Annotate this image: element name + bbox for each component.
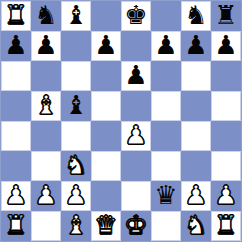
white-pawn[interactable]: ♟ [4,182,27,208]
black-pawn[interactable]: ♟ [154,32,177,58]
square-g3[interactable] [181,151,211,181]
square-a7[interactable]: ♟ [1,31,31,61]
square-d6[interactable] [91,61,121,91]
square-a8[interactable]: ♜ [1,1,31,31]
square-e4[interactable]: ♟ [121,121,151,151]
square-c2[interactable]: ♟ [61,181,91,211]
square-a1[interactable]: ♜ [1,211,31,241]
square-g2[interactable]: ♟ [181,181,211,211]
square-c8[interactable]: ♝ [61,1,91,31]
white-pawn[interactable]: ♟ [124,122,147,148]
black-queen[interactable]: ♛ [154,182,177,208]
square-d8[interactable] [91,1,121,31]
square-d4[interactable] [91,121,121,151]
square-d7[interactable]: ♟ [91,31,121,61]
square-e1[interactable]: ♚ [121,211,151,241]
chess-board: ♜♞♝♚♞♜♟♟♟♟♟♟♟♝♝♟♞♟♟♟♛♟♟♜♝♛♚♞♜ [0,0,242,242]
square-c3[interactable]: ♞ [61,151,91,181]
square-f3[interactable] [151,151,181,181]
square-b5[interactable]: ♝ [31,91,61,121]
square-b8[interactable]: ♞ [31,1,61,31]
black-pawn[interactable]: ♟ [124,62,147,88]
square-g8[interactable]: ♞ [181,1,211,31]
white-rook[interactable]: ♜ [4,212,27,238]
square-h2[interactable]: ♟ [211,181,241,211]
square-b7[interactable]: ♟ [31,31,61,61]
square-h6[interactable] [211,61,241,91]
square-d5[interactable] [91,91,121,121]
white-knight[interactable]: ♞ [184,212,207,238]
square-f1[interactable] [151,211,181,241]
square-d3[interactable] [91,151,121,181]
square-h4[interactable] [211,121,241,151]
black-rook[interactable]: ♜ [214,2,237,28]
square-f2[interactable]: ♛ [151,181,181,211]
white-bishop[interactable]: ♝ [64,212,87,238]
square-f6[interactable] [151,61,181,91]
square-g1[interactable]: ♞ [181,211,211,241]
square-f5[interactable] [151,91,181,121]
square-g6[interactable] [181,61,211,91]
square-b3[interactable] [31,151,61,181]
square-e3[interactable] [121,151,151,181]
square-b1[interactable] [31,211,61,241]
white-queen[interactable]: ♛ [94,212,117,238]
square-d2[interactable] [91,181,121,211]
white-knight[interactable]: ♞ [64,152,87,178]
square-a5[interactable] [1,91,31,121]
square-b6[interactable] [31,61,61,91]
white-pawn[interactable]: ♟ [34,182,57,208]
black-king[interactable]: ♚ [124,2,147,28]
square-e7[interactable] [121,31,151,61]
square-h1[interactable]: ♜ [211,211,241,241]
square-h3[interactable] [211,151,241,181]
square-e8[interactable]: ♚ [121,1,151,31]
white-rook[interactable]: ♜ [4,2,27,28]
square-f8[interactable] [151,1,181,31]
black-pawn[interactable]: ♟ [94,32,117,58]
square-f4[interactable] [151,121,181,151]
white-king[interactable]: ♚ [124,212,147,238]
black-knight[interactable]: ♞ [184,2,207,28]
white-pawn[interactable]: ♟ [64,182,87,208]
square-a6[interactable] [1,61,31,91]
square-h5[interactable] [211,91,241,121]
square-b4[interactable] [31,121,61,151]
square-a3[interactable] [1,151,31,181]
square-c4[interactable] [61,121,91,151]
black-knight[interactable]: ♞ [34,2,57,28]
black-pawn[interactable]: ♟ [184,32,207,58]
square-c6[interactable] [61,61,91,91]
black-bishop[interactable]: ♝ [64,2,87,28]
square-a4[interactable] [1,121,31,151]
white-rook[interactable]: ♜ [214,212,237,238]
square-c1[interactable]: ♝ [61,211,91,241]
black-bishop[interactable]: ♝ [64,92,87,118]
square-d1[interactable]: ♛ [91,211,121,241]
square-h7[interactable]: ♟ [211,31,241,61]
white-pawn[interactable]: ♟ [214,182,237,208]
black-pawn[interactable]: ♟ [214,32,237,58]
square-c7[interactable] [61,31,91,61]
square-b2[interactable]: ♟ [31,181,61,211]
square-a2[interactable]: ♟ [1,181,31,211]
square-g7[interactable]: ♟ [181,31,211,61]
square-h8[interactable]: ♜ [211,1,241,31]
white-pawn[interactable]: ♟ [184,182,207,208]
square-c5[interactable]: ♝ [61,91,91,121]
black-pawn[interactable]: ♟ [34,32,57,58]
white-bishop[interactable]: ♝ [34,92,57,118]
square-f7[interactable]: ♟ [151,31,181,61]
square-e6[interactable]: ♟ [121,61,151,91]
square-e2[interactable] [121,181,151,211]
square-g4[interactable] [181,121,211,151]
square-e5[interactable] [121,91,151,121]
square-g5[interactable] [181,91,211,121]
black-pawn[interactable]: ♟ [4,32,27,58]
